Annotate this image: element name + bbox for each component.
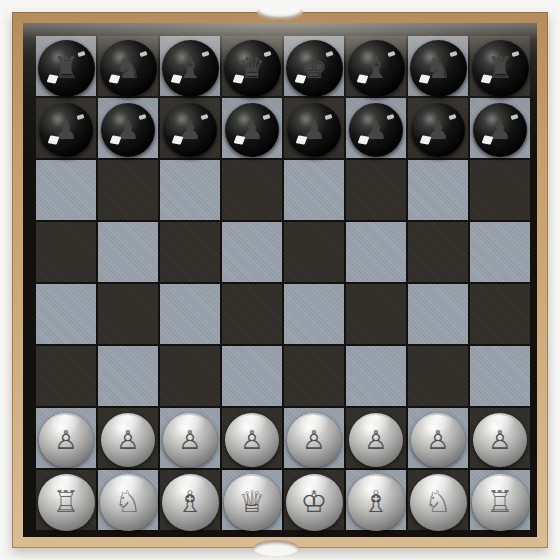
square-b8[interactable]: ♞ [98, 36, 158, 96]
white-pawn[interactable]: ♙ [473, 413, 527, 467]
white-pawn[interactable]: ♙ [287, 413, 341, 467]
square-d1[interactable]: ♕ [222, 470, 282, 530]
square-b4[interactable] [98, 284, 158, 344]
square-b6[interactable] [98, 160, 158, 220]
square-e6[interactable] [284, 160, 344, 220]
white-pawn[interactable]: ♙ [411, 413, 465, 467]
piece-glyph: ♖ [53, 487, 80, 517]
black-pawn[interactable]: ♟ [411, 103, 465, 157]
square-h5[interactable] [470, 222, 530, 282]
square-b5[interactable] [98, 222, 158, 282]
square-g4[interactable] [408, 284, 468, 344]
white-knight[interactable]: ♘ [100, 474, 157, 531]
piece-glyph: ♙ [178, 427, 201, 453]
piece-glyph: ♕ [239, 487, 266, 517]
white-rook[interactable]: ♖ [38, 474, 95, 531]
black-king[interactable]: ♚ [286, 40, 343, 97]
square-h1[interactable]: ♖ [470, 470, 530, 530]
black-pawn[interactable]: ♟ [225, 103, 279, 157]
square-g7[interactable]: ♟ [408, 98, 468, 158]
square-g3[interactable] [408, 346, 468, 406]
piece-glyph: ♔ [301, 487, 328, 517]
square-g8[interactable]: ♞ [408, 36, 468, 96]
piece-glyph: ♘ [115, 487, 142, 517]
square-d6[interactable] [222, 160, 282, 220]
white-pawn[interactable]: ♙ [39, 413, 93, 467]
frame-notch-top [257, 4, 303, 20]
white-pawn[interactable]: ♙ [101, 413, 155, 467]
square-a6[interactable] [36, 160, 96, 220]
square-e2[interactable]: ♙ [284, 408, 344, 468]
black-pawn[interactable]: ♟ [101, 103, 155, 157]
square-g5[interactable] [408, 222, 468, 282]
square-g6[interactable] [408, 160, 468, 220]
square-h2[interactable]: ♙ [470, 408, 530, 468]
square-f8[interactable]: ♝ [346, 36, 406, 96]
square-g2[interactable]: ♙ [408, 408, 468, 468]
square-d4[interactable] [222, 284, 282, 344]
piece-glyph: ♙ [488, 427, 511, 453]
piece-glyph: ♙ [364, 427, 387, 453]
square-d7[interactable]: ♟ [222, 98, 282, 158]
square-d2[interactable]: ♙ [222, 408, 282, 468]
square-b1[interactable]: ♘ [98, 470, 158, 530]
square-c4[interactable] [160, 284, 220, 344]
square-f2[interactable]: ♙ [346, 408, 406, 468]
square-e1[interactable]: ♔ [284, 470, 344, 530]
square-a5[interactable] [36, 222, 96, 282]
square-e4[interactable] [284, 284, 344, 344]
black-queen[interactable]: ♛ [224, 40, 281, 97]
square-c5[interactable] [160, 222, 220, 282]
square-h8[interactable]: ♜ [470, 36, 530, 96]
square-e7[interactable]: ♟ [284, 98, 344, 158]
square-c6[interactable] [160, 160, 220, 220]
white-pawn[interactable]: ♙ [163, 413, 217, 467]
square-e5[interactable] [284, 222, 344, 282]
square-a4[interactable] [36, 284, 96, 344]
square-f3[interactable] [346, 346, 406, 406]
piece-glyph: ♙ [116, 427, 139, 453]
square-h7[interactable]: ♟ [470, 98, 530, 158]
piece-glyph: ♙ [54, 427, 77, 453]
white-pawn[interactable]: ♙ [349, 413, 403, 467]
black-pawn[interactable]: ♟ [163, 103, 217, 157]
square-c3[interactable] [160, 346, 220, 406]
black-pawn[interactable]: ♟ [473, 103, 527, 157]
square-b7[interactable]: ♟ [98, 98, 158, 158]
square-d8[interactable]: ♛ [222, 36, 282, 96]
square-c1[interactable]: ♗ [160, 470, 220, 530]
piece-glyph: ♙ [240, 427, 263, 453]
square-h6[interactable] [470, 160, 530, 220]
white-knight[interactable]: ♘ [410, 474, 467, 531]
black-knight[interactable]: ♞ [410, 40, 467, 97]
piece-glyph: ♙ [426, 427, 449, 453]
square-c7[interactable]: ♟ [160, 98, 220, 158]
black-rook[interactable]: ♜ [472, 40, 529, 97]
square-e3[interactable] [284, 346, 344, 406]
square-c8[interactable]: ♝ [160, 36, 220, 96]
black-bishop[interactable]: ♝ [348, 40, 405, 97]
square-h4[interactable] [470, 284, 530, 344]
square-a1[interactable]: ♖ [36, 470, 96, 530]
piece-glyph: ♘ [425, 487, 452, 517]
square-h3[interactable] [470, 346, 530, 406]
white-queen[interactable]: ♕ [224, 474, 281, 531]
piece-glyph: ♗ [363, 487, 390, 517]
square-e8[interactable]: ♚ [284, 36, 344, 96]
square-b3[interactable] [98, 346, 158, 406]
black-knight[interactable]: ♞ [100, 40, 157, 97]
page-background: ♜♞♝♛♚♝♞♜♟♟♟♟♟♟♟♟♙♙♙♙♙♙♙♙♖♘♗♕♔♗♘♖ [0, 0, 560, 560]
square-a2[interactable]: ♙ [36, 408, 96, 468]
wooden-frame: ♜♞♝♛♚♝♞♜♟♟♟♟♟♟♟♟♙♙♙♙♙♙♙♙♖♘♗♕♔♗♘♖ [12, 12, 548, 548]
square-d3[interactable] [222, 346, 282, 406]
square-f1[interactable]: ♗ [346, 470, 406, 530]
white-bishop[interactable]: ♗ [348, 474, 405, 531]
black-pawn[interactable]: ♟ [349, 103, 403, 157]
black-bishop[interactable]: ♝ [162, 40, 219, 97]
square-a8[interactable]: ♜ [36, 36, 96, 96]
square-f7[interactable]: ♟ [346, 98, 406, 158]
white-pawn[interactable]: ♙ [225, 413, 279, 467]
board-field: ♜♞♝♛♚♝♞♜♟♟♟♟♟♟♟♟♙♙♙♙♙♙♙♙♖♘♗♕♔♗♘♖ [23, 23, 537, 537]
white-king[interactable]: ♔ [286, 474, 343, 531]
square-d5[interactable] [222, 222, 282, 282]
square-c2[interactable]: ♙ [160, 408, 220, 468]
square-a3[interactable] [36, 346, 96, 406]
square-f4[interactable] [346, 284, 406, 344]
chess-board: ♜♞♝♛♚♝♞♜♟♟♟♟♟♟♟♟♙♙♙♙♙♙♙♙♖♘♗♕♔♗♘♖ [36, 36, 530, 530]
black-rook[interactable]: ♜ [38, 40, 95, 97]
frame-notch-bottom [253, 540, 299, 556]
white-bishop[interactable]: ♗ [162, 474, 219, 531]
black-pawn[interactable]: ♟ [39, 103, 93, 157]
white-rook[interactable]: ♖ [472, 474, 529, 531]
piece-glyph: ♖ [487, 487, 514, 517]
piece-glyph: ♗ [177, 487, 204, 517]
square-g1[interactable]: ♘ [408, 470, 468, 530]
square-b2[interactable]: ♙ [98, 408, 158, 468]
square-f5[interactable] [346, 222, 406, 282]
black-pawn[interactable]: ♟ [287, 103, 341, 157]
piece-glyph: ♙ [302, 427, 325, 453]
square-f6[interactable] [346, 160, 406, 220]
square-a7[interactable]: ♟ [36, 98, 96, 158]
